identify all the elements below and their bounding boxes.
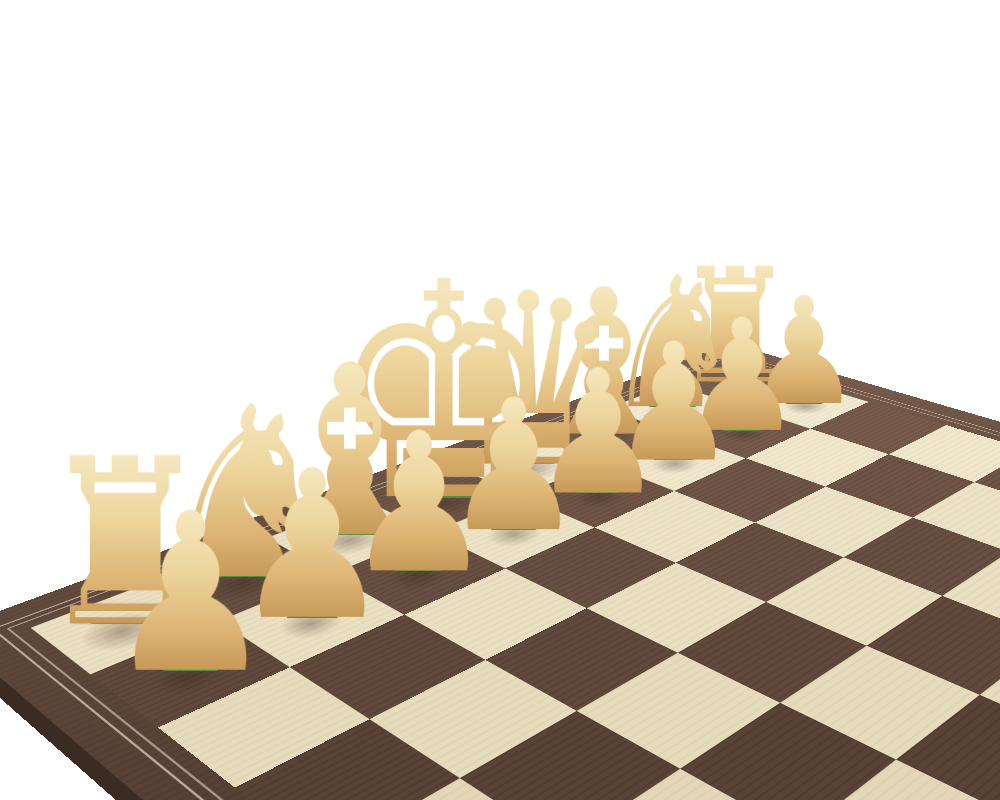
photo-background: ♜♞♝♚♛♝♞♜♟♟♟♟♟♟♟♟ [0, 0, 1000, 800]
playing-area: ♜♞♝♚♛♝♞♜♟♟♟♟♟♟♟♟ [31, 361, 1000, 800]
pawn-glyph: ♟ [107, 484, 274, 703]
chess-board: ♜♞♝♚♛♝♞♜♟♟♟♟♟♟♟♟ [0, 343, 1000, 800]
